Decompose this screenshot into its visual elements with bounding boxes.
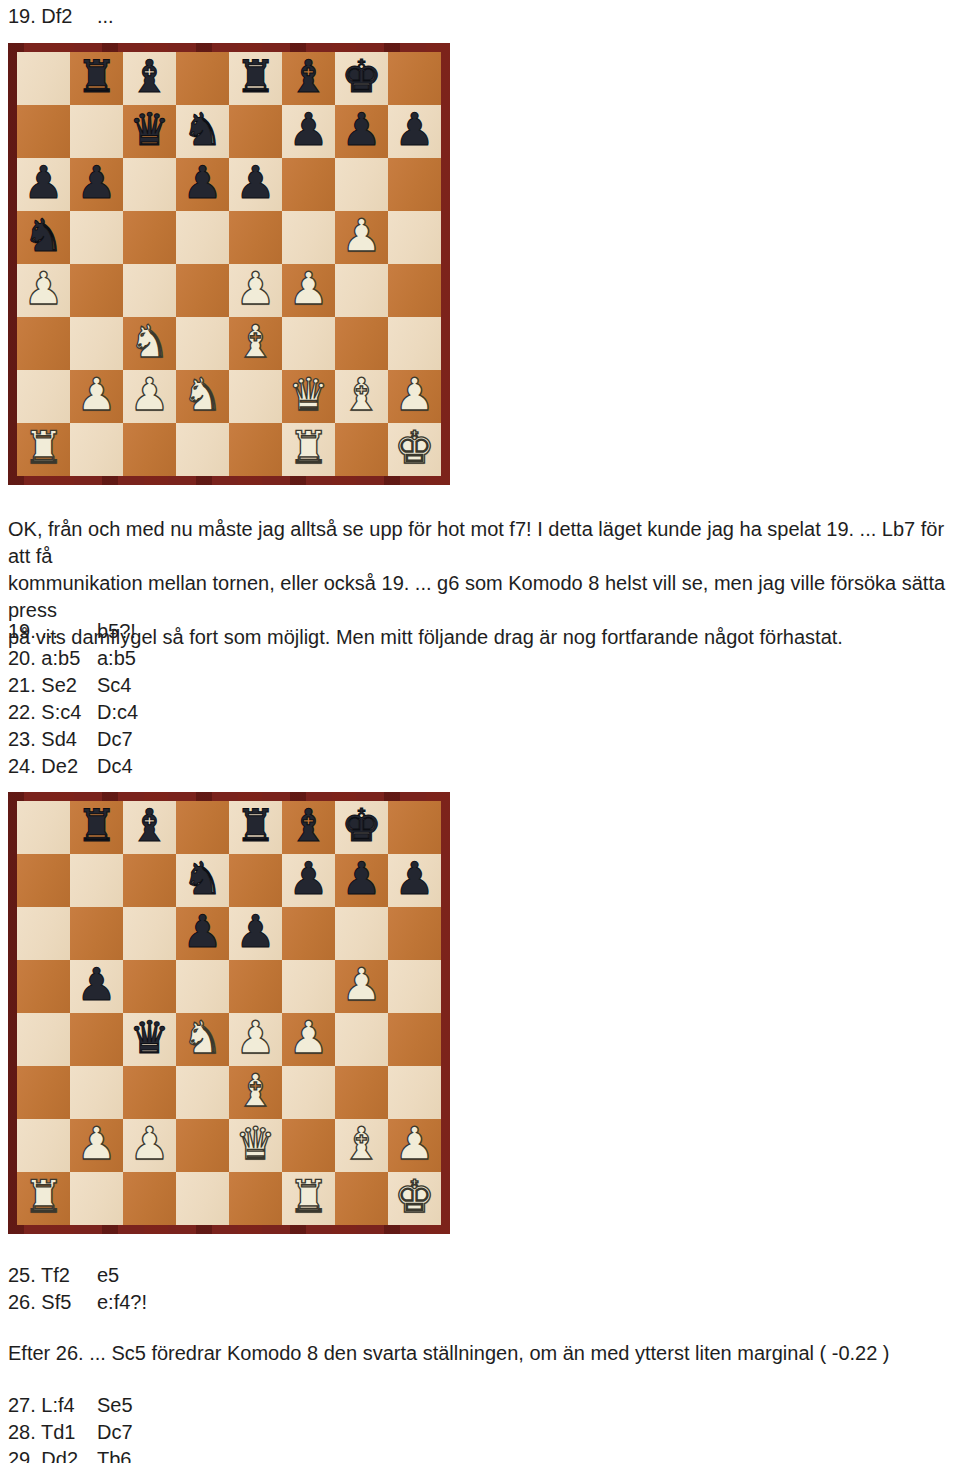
square-g5: ♟: [335, 960, 388, 1013]
move-text: Sc4: [97, 672, 131, 699]
square-b2: ♟: [70, 1119, 123, 1172]
square-d2: [176, 1119, 229, 1172]
black-king: ♚: [341, 801, 381, 852]
square-f5: [282, 211, 335, 264]
white-rook: ♜: [23, 1172, 63, 1223]
square-c8: ♝: [123, 801, 176, 854]
move-number: 19. ...: [8, 618, 97, 645]
square-c5: [123, 960, 176, 1013]
white-rook: ♜: [23, 423, 63, 474]
white-pawn: ♟: [235, 1013, 275, 1064]
move-row: 27. L:f4Se5: [8, 1392, 133, 1419]
black-knight: ♞: [182, 105, 222, 156]
move-text: Dc7: [97, 1419, 133, 1446]
square-h5: [388, 960, 441, 1013]
white-pawn: ♟: [76, 1119, 116, 1170]
square-c3: [123, 1066, 176, 1119]
move-text: Dc7: [97, 726, 133, 753]
square-f3: [282, 1066, 335, 1119]
square-h3: [388, 1066, 441, 1119]
black-queen: ♛: [129, 105, 169, 156]
move-text: e:f4?!: [97, 1289, 147, 1316]
square-a7: [17, 105, 70, 158]
square-h1: ♚: [388, 423, 441, 476]
square-a1: ♜: [17, 423, 70, 476]
square-c5: [123, 211, 176, 264]
square-c6: [123, 158, 176, 211]
move-number: 22. S:c4: [8, 699, 97, 726]
white-pawn: ♟: [341, 211, 381, 262]
white-bishop: ♝: [341, 370, 381, 421]
square-e1: [229, 1172, 282, 1225]
black-pawn: ♟: [182, 907, 222, 958]
black-pawn: ♟: [182, 158, 222, 209]
square-a8: [17, 52, 70, 105]
white-knight: ♞: [129, 317, 169, 368]
square-b3: [70, 1066, 123, 1119]
square-f1: ♜: [282, 1172, 335, 1225]
square-f8: ♝: [282, 801, 335, 854]
move-row: 28. Td1Dc7: [8, 1419, 133, 1446]
square-a7: [17, 854, 70, 907]
move-number: 26. Sf5: [8, 1289, 97, 1316]
move-text: ...: [97, 3, 114, 30]
black-pawn: ♟: [235, 158, 275, 209]
square-f6: [282, 158, 335, 211]
black-knight: ♞: [182, 854, 222, 905]
move-row: 25. Tf2e5: [8, 1262, 147, 1289]
square-a3: [17, 317, 70, 370]
square-b4: [70, 1013, 123, 1066]
square-c4: [123, 264, 176, 317]
square-g2: ♝: [335, 370, 388, 423]
black-king: ♚: [341, 52, 381, 103]
white-pawn: ♟: [288, 1013, 328, 1064]
move-row: 29. Dd2Tb6: [8, 1446, 133, 1463]
square-g6: [335, 158, 388, 211]
black-pawn: ♟: [341, 105, 381, 156]
move-text: e5: [97, 1262, 119, 1289]
square-a1: ♜: [17, 1172, 70, 1225]
square-d1: [176, 423, 229, 476]
black-pawn: ♟: [76, 960, 116, 1011]
square-h2: ♟: [388, 370, 441, 423]
square-d7: ♞: [176, 854, 229, 907]
square-h4: [388, 264, 441, 317]
square-b1: [70, 423, 123, 476]
square-h8: [388, 801, 441, 854]
square-d4: ♞: [176, 1013, 229, 1066]
move-number: 28. Td1: [8, 1419, 97, 1446]
square-d3: [176, 1066, 229, 1119]
move-text: a:b5: [97, 645, 136, 672]
square-f6: [282, 907, 335, 960]
white-knight: ♞: [182, 1013, 222, 1064]
black-pawn: ♟: [394, 105, 434, 156]
square-g6: [335, 907, 388, 960]
white-rook: ♜: [288, 423, 328, 474]
square-b1: [70, 1172, 123, 1225]
black-bishop: ♝: [129, 52, 169, 103]
move-row: 24. De2Dc4: [8, 753, 138, 780]
move-row: 20. a:b5a:b5: [8, 645, 138, 672]
square-a4: ♟: [17, 264, 70, 317]
white-pawn: ♟: [341, 960, 381, 1011]
black-knight: ♞: [23, 211, 63, 262]
move-list-2: 25. Tf2e526. Sf5e:f4?!: [8, 1262, 147, 1316]
square-h2: ♟: [388, 1119, 441, 1172]
move-number: 20. a:b5: [8, 645, 97, 672]
square-e6: ♟: [229, 158, 282, 211]
square-g7: ♟: [335, 854, 388, 907]
square-d6: ♟: [176, 907, 229, 960]
square-h8: [388, 52, 441, 105]
black-pawn: ♟: [23, 158, 63, 209]
square-b5: [70, 211, 123, 264]
move-number: 29. Dd2: [8, 1446, 97, 1463]
white-king: ♚: [394, 423, 434, 474]
square-g3: [335, 317, 388, 370]
square-e7: [229, 854, 282, 907]
white-pawn: ♟: [129, 1119, 169, 1170]
chess-board-2: ♜♝♜♝♚♞♟♟♟♟♟♟♟♛♞♟♟♝♟♟♛♝♟♜♜♚: [17, 801, 441, 1225]
black-queen: ♛: [129, 1013, 169, 1064]
commentary-1-line-1: OK, från och med nu måste jag alltså se …: [8, 516, 958, 570]
square-b7: [70, 105, 123, 158]
move-number: 27. L:f4: [8, 1392, 97, 1419]
black-pawn: ♟: [288, 105, 328, 156]
square-d7: ♞: [176, 105, 229, 158]
square-c2: ♟: [123, 1119, 176, 1172]
square-f2: ♛: [282, 370, 335, 423]
move-text: Tb6: [97, 1446, 131, 1463]
square-g1: [335, 423, 388, 476]
square-f3: [282, 317, 335, 370]
square-c8: ♝: [123, 52, 176, 105]
square-e1: [229, 423, 282, 476]
commentary-2-line-1: Efter 26. ... Sc5 föredrar Komodo 8 den …: [8, 1340, 958, 1367]
square-g3: [335, 1066, 388, 1119]
white-pawn: ♟: [394, 370, 434, 421]
square-c1: [123, 423, 176, 476]
square-f7: ♟: [282, 854, 335, 907]
square-b8: ♜: [70, 52, 123, 105]
square-d4: [176, 264, 229, 317]
square-a2: [17, 370, 70, 423]
square-e3: ♝: [229, 1066, 282, 1119]
square-b3: [70, 317, 123, 370]
square-b8: ♜: [70, 801, 123, 854]
square-a3: [17, 1066, 70, 1119]
square-b6: ♟: [70, 158, 123, 211]
square-e3: ♝: [229, 317, 282, 370]
square-e5: [229, 211, 282, 264]
square-d2: ♞: [176, 370, 229, 423]
move-number: 23. Sd4: [8, 726, 97, 753]
black-bishop: ♝: [288, 52, 328, 103]
black-rook: ♜: [76, 52, 116, 103]
commentary-paragraph-2: Efter 26. ... Sc5 föredrar Komodo 8 den …: [8, 1340, 958, 1367]
square-h4: [388, 1013, 441, 1066]
square-c4: ♛: [123, 1013, 176, 1066]
square-c7: [123, 854, 176, 907]
square-c2: ♟: [123, 370, 176, 423]
move-text: b5?!: [97, 618, 136, 645]
white-queen: ♛: [288, 370, 328, 421]
black-rook: ♜: [235, 801, 275, 852]
move-text: D:c4: [97, 699, 138, 726]
square-b7: [70, 854, 123, 907]
white-bishop: ♝: [235, 1066, 275, 1117]
square-a6: [17, 907, 70, 960]
square-f5: [282, 960, 335, 1013]
square-h5: [388, 211, 441, 264]
move-list-1: 19. ...b5?!20. a:b5a:b521. Se2 Sc422. S:…: [8, 618, 138, 780]
square-g2: ♝: [335, 1119, 388, 1172]
white-pawn: ♟: [129, 370, 169, 421]
white-rook: ♜: [288, 1172, 328, 1223]
square-b6: [70, 907, 123, 960]
move-list-3: 27. L:f4Se528. Td1Dc729. Dd2Tb6: [8, 1392, 133, 1463]
move-number: 24. De2: [8, 753, 97, 780]
white-pawn: ♟: [23, 264, 63, 315]
square-a4: [17, 1013, 70, 1066]
white-pawn: ♟: [288, 264, 328, 315]
square-d8: [176, 801, 229, 854]
square-c7: ♛: [123, 105, 176, 158]
black-rook: ♜: [76, 801, 116, 852]
square-f1: ♜: [282, 423, 335, 476]
move-number: 21. Se2: [8, 672, 97, 699]
white-knight: ♞: [182, 370, 222, 421]
square-g8: ♚: [335, 52, 388, 105]
square-c6: [123, 907, 176, 960]
square-h6: [388, 158, 441, 211]
square-e8: ♜: [229, 52, 282, 105]
square-f7: ♟: [282, 105, 335, 158]
white-pawn: ♟: [235, 264, 275, 315]
white-bishop: ♝: [235, 317, 275, 368]
square-d1: [176, 1172, 229, 1225]
move-row: 26. Sf5e:f4?!: [8, 1289, 147, 1316]
header-move-row: 19. Df2 ...: [8, 3, 114, 30]
square-g4: [335, 264, 388, 317]
move-number: 25. Tf2: [8, 1262, 97, 1289]
black-bishop: ♝: [288, 801, 328, 852]
square-d6: ♟: [176, 158, 229, 211]
square-e4: ♟: [229, 264, 282, 317]
square-h6: [388, 907, 441, 960]
square-e5: [229, 960, 282, 1013]
commentary-paragraph-1: OK, från och med nu måste jag alltså se …: [8, 516, 958, 651]
square-b5: ♟: [70, 960, 123, 1013]
chess-board-1: ♜♝♜♝♚♛♞♟♟♟♟♟♟♟♞♟♟♟♟♞♝♟♟♞♛♝♟♜♜♚: [17, 52, 441, 476]
square-f4: ♟: [282, 264, 335, 317]
black-pawn: ♟: [76, 158, 116, 209]
square-d5: [176, 211, 229, 264]
square-c1: [123, 1172, 176, 1225]
square-e8: ♜: [229, 801, 282, 854]
black-pawn: ♟: [341, 854, 381, 905]
chess-board-frame-1: ♜♝♜♝♚♛♞♟♟♟♟♟♟♟♞♟♟♟♟♞♝♟♟♞♛♝♟♜♜♚: [8, 43, 450, 485]
move-text: Dc4: [97, 753, 133, 780]
square-e6: ♟: [229, 907, 282, 960]
square-g5: ♟: [335, 211, 388, 264]
square-a5: [17, 960, 70, 1013]
move-row: 23. Sd4Dc7: [8, 726, 138, 753]
square-f2: [282, 1119, 335, 1172]
chess-board-frame-2: ♜♝♜♝♚♞♟♟♟♟♟♟♟♛♞♟♟♝♟♟♛♝♟♜♜♚: [8, 792, 450, 1234]
square-h1: ♚: [388, 1172, 441, 1225]
square-h3: [388, 317, 441, 370]
commentary-1-line-2: kommunikation mellan tornen, eller också…: [8, 570, 958, 624]
square-d8: [176, 52, 229, 105]
black-pawn: ♟: [394, 854, 434, 905]
square-d3: [176, 317, 229, 370]
square-e2: [229, 370, 282, 423]
black-bishop: ♝: [129, 801, 169, 852]
square-b4: [70, 264, 123, 317]
square-f8: ♝: [282, 52, 335, 105]
move-row: 22. S:c4D:c4: [8, 699, 138, 726]
white-pawn: ♟: [76, 370, 116, 421]
square-e2: ♛: [229, 1119, 282, 1172]
square-e7: [229, 105, 282, 158]
square-g4: [335, 1013, 388, 1066]
square-a2: [17, 1119, 70, 1172]
square-g1: [335, 1172, 388, 1225]
move-text: Se5: [97, 1392, 133, 1419]
move-row: 21. Se2 Sc4: [8, 672, 138, 699]
white-king: ♚: [394, 1172, 434, 1223]
black-rook: ♜: [235, 52, 275, 103]
move-row: 19. ...b5?!: [8, 618, 138, 645]
white-bishop: ♝: [341, 1119, 381, 1170]
square-h7: ♟: [388, 854, 441, 907]
square-g7: ♟: [335, 105, 388, 158]
black-pawn: ♟: [235, 907, 275, 958]
square-f4: ♟: [282, 1013, 335, 1066]
square-g8: ♚: [335, 801, 388, 854]
square-a8: [17, 801, 70, 854]
square-b2: ♟: [70, 370, 123, 423]
white-queen: ♛: [235, 1119, 275, 1170]
square-a6: ♟: [17, 158, 70, 211]
white-pawn: ♟: [394, 1119, 434, 1170]
square-h7: ♟: [388, 105, 441, 158]
move-number: 19. Df2: [8, 3, 97, 30]
square-a5: ♞: [17, 211, 70, 264]
document-page: 19. Df2 ... ♜♝♜♝♚♛♞♟♟♟♟♟♟♟♞♟♟♟♟♞♝♟♟♞♛♝♟♜…: [0, 0, 960, 1463]
square-c3: ♞: [123, 317, 176, 370]
square-d5: [176, 960, 229, 1013]
commentary-1-line-3: på vits damflygel så fort som möjligt. M…: [8, 624, 958, 651]
square-e4: ♟: [229, 1013, 282, 1066]
black-pawn: ♟: [288, 854, 328, 905]
